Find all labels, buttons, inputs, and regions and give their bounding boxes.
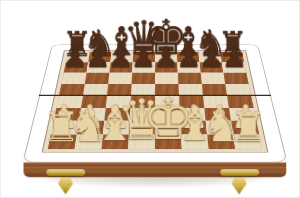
perspective-scene: ♜♞♝♛♚♝♞♜♟♟♟♟♟♟♟♟♟♟♟♟♟♟♟♟♜♞♝♛♚♝♞♜ — [1, 1, 300, 198]
square-f6 — [178, 73, 202, 84]
board-frame: ♜♞♝♛♚♝♞♜♟♟♟♟♟♟♟♟♟♟♟♟♟♟♟♟♜♞♝♛♚♝♞♜ — [22, 44, 287, 162]
black-pawn: ♟ — [131, 43, 157, 71]
black-pawn: ♟ — [222, 43, 248, 71]
black-pawn: ♟ — [85, 43, 111, 71]
black-pawn: ♟ — [154, 43, 180, 71]
square-c6 — [108, 73, 132, 84]
square-b6 — [85, 73, 110, 84]
square-c7: ♟ — [109, 62, 132, 73]
chess-set-photo: ♜♞♝♛♚♝♞♜♟♟♟♟♟♟♟♟♟♟♟♟♟♟♟♟♜♞♝♛♚♝♞♜ — [0, 0, 300, 198]
square-f7: ♟ — [177, 62, 200, 73]
brass-latch-right — [220, 169, 259, 198]
square-e7: ♟ — [155, 62, 178, 73]
brass-latch-left — [46, 169, 85, 198]
square-g6 — [201, 73, 226, 84]
square-e6 — [155, 73, 178, 84]
white-rook: ♜ — [230, 107, 267, 148]
latch-bar-icon — [46, 169, 85, 176]
playing-area: ♜♞♝♛♚♝♞♜♟♟♟♟♟♟♟♟♟♟♟♟♟♟♟♟♜♞♝♛♚♝♞♜ — [43, 51, 267, 152]
square-d7: ♟ — [132, 62, 155, 73]
black-pawn: ♟ — [63, 43, 89, 71]
square-g7: ♟ — [200, 62, 224, 73]
latch-pendant-icon — [232, 177, 247, 194]
black-pawn: ♟ — [199, 43, 225, 71]
square-b7: ♟ — [87, 62, 111, 73]
board-front-edge — [23, 162, 286, 177]
square-h1: ♜ — [233, 135, 262, 150]
square-a6 — [61, 73, 86, 84]
chess-board: ♜♞♝♛♚♝♞♜♟♟♟♟♟♟♟♟♟♟♟♟♟♟♟♟♜♞♝♛♚♝♞♜ — [22, 44, 287, 162]
board-grid: ♜♞♝♛♚♝♞♜♟♟♟♟♟♟♟♟♟♟♟♟♟♟♟♟♜♞♝♛♚♝♞♜ — [48, 52, 262, 149]
square-h6 — [223, 73, 248, 84]
latch-pendant-icon — [58, 177, 73, 194]
latch-bar-icon — [220, 169, 259, 176]
black-pawn: ♟ — [176, 43, 202, 71]
square-h7: ♟ — [222, 62, 246, 73]
square-d6 — [132, 73, 155, 84]
black-pawn: ♟ — [108, 43, 134, 71]
